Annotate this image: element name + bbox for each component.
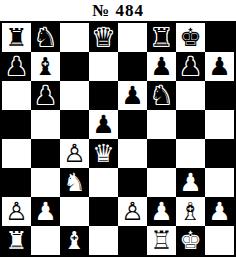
white-pawn-icon: ♙ xyxy=(5,197,27,226)
square-h8 xyxy=(205,23,234,52)
square-a5 xyxy=(2,110,31,139)
square-f8: ♜ xyxy=(147,23,176,52)
puzzle-number-title: № 484 xyxy=(0,0,236,21)
square-e1 xyxy=(118,226,147,255)
square-f2: ♟ xyxy=(147,197,176,226)
white-pawn-icon: ♙ xyxy=(63,139,85,168)
square-h2: ♟ xyxy=(205,197,234,226)
black-knight-icon: ♞ xyxy=(34,23,56,52)
square-c8 xyxy=(60,23,89,52)
white-pawn-icon: ♙ xyxy=(121,197,143,226)
square-d5: ♟ xyxy=(89,110,118,139)
black-knight-icon: ♞ xyxy=(150,81,172,110)
square-a3 xyxy=(2,168,31,197)
square-d4: ♛ xyxy=(89,139,118,168)
square-g2: ♗ xyxy=(176,197,205,226)
square-c4: ♙ xyxy=(60,139,89,168)
square-b8: ♞ xyxy=(31,23,60,52)
square-e6: ♟ xyxy=(118,81,147,110)
square-f1: ♖ xyxy=(147,226,176,255)
black-rook-icon: ♜ xyxy=(150,23,172,52)
square-d6 xyxy=(89,81,118,110)
white-pawn-icon: ♟ xyxy=(179,168,201,197)
square-b4 xyxy=(31,139,60,168)
square-h7: ♟ xyxy=(205,52,234,81)
square-h6 xyxy=(205,81,234,110)
black-rook-icon: ♜ xyxy=(5,23,27,52)
square-f6: ♞ xyxy=(147,81,176,110)
square-a8: ♜ xyxy=(2,23,31,52)
square-d2 xyxy=(89,197,118,226)
square-e4 xyxy=(118,139,147,168)
black-pawn-icon: ♟ xyxy=(5,52,27,81)
square-b5 xyxy=(31,110,60,139)
square-c7 xyxy=(60,52,89,81)
square-e8 xyxy=(118,23,147,52)
square-b1 xyxy=(31,226,60,255)
square-g8: ♚ xyxy=(176,23,205,52)
chess-board: ♜♞♛♜♚♟♝♟♟♟♟♟♞♟♙♛♞♟♙♟♙♟♗♟♜♝♖♚ xyxy=(0,21,236,257)
white-rook-icon: ♖ xyxy=(150,226,172,255)
white-pawn-icon: ♟ xyxy=(208,197,230,226)
square-b3 xyxy=(31,168,60,197)
black-bishop-icon: ♝ xyxy=(34,52,56,81)
square-h1 xyxy=(205,226,234,255)
square-b7: ♝ xyxy=(31,52,60,81)
square-h5 xyxy=(205,110,234,139)
square-c5 xyxy=(60,110,89,139)
white-pawn-icon: ♟ xyxy=(150,197,172,226)
black-pawn-icon: ♟ xyxy=(121,81,143,110)
black-pawn-icon: ♟ xyxy=(208,52,230,81)
square-d8: ♛ xyxy=(89,23,118,52)
black-queen-icon: ♛ xyxy=(92,23,114,52)
square-f5 xyxy=(147,110,176,139)
square-g5 xyxy=(176,110,205,139)
square-d1 xyxy=(89,226,118,255)
square-f4 xyxy=(147,139,176,168)
black-pawn-icon: ♟ xyxy=(92,110,114,139)
square-a1: ♜ xyxy=(2,226,31,255)
white-bishop-icon: ♝ xyxy=(63,226,85,255)
white-queen-icon: ♛ xyxy=(92,139,114,168)
black-king-icon: ♚ xyxy=(179,23,201,52)
square-a7: ♟ xyxy=(2,52,31,81)
square-a2: ♙ xyxy=(2,197,31,226)
square-c1: ♝ xyxy=(60,226,89,255)
white-knight-icon: ♞ xyxy=(63,168,85,197)
white-bishop-icon: ♗ xyxy=(179,197,201,226)
square-a4 xyxy=(2,139,31,168)
black-pawn-icon: ♟ xyxy=(179,52,201,81)
square-c6 xyxy=(60,81,89,110)
black-pawn-icon: ♟ xyxy=(150,52,172,81)
square-g6 xyxy=(176,81,205,110)
square-g7: ♟ xyxy=(176,52,205,81)
square-g1: ♚ xyxy=(176,226,205,255)
puzzle-diagram: № 484 ♜♞♛♜♚♟♝♟♟♟♟♟♞♟♙♛♞♟♙♟♙♟♗♟♜♝♖♚ xyxy=(0,0,236,260)
square-e2: ♙ xyxy=(118,197,147,226)
square-e5 xyxy=(118,110,147,139)
square-d3 xyxy=(89,168,118,197)
black-pawn-icon: ♟ xyxy=(34,81,56,110)
square-b2: ♟ xyxy=(31,197,60,226)
square-d7 xyxy=(89,52,118,81)
white-pawn-icon: ♟ xyxy=(34,197,56,226)
white-rook-icon: ♜ xyxy=(5,226,27,255)
square-a6 xyxy=(2,81,31,110)
square-h4 xyxy=(205,139,234,168)
square-f7: ♟ xyxy=(147,52,176,81)
square-c3: ♞ xyxy=(60,168,89,197)
square-h3 xyxy=(205,168,234,197)
square-g3: ♟ xyxy=(176,168,205,197)
square-c2 xyxy=(60,197,89,226)
square-b6: ♟ xyxy=(31,81,60,110)
square-g4 xyxy=(176,139,205,168)
square-f3 xyxy=(147,168,176,197)
white-king-icon: ♚ xyxy=(179,226,201,255)
square-e3 xyxy=(118,168,147,197)
square-e7 xyxy=(118,52,147,81)
